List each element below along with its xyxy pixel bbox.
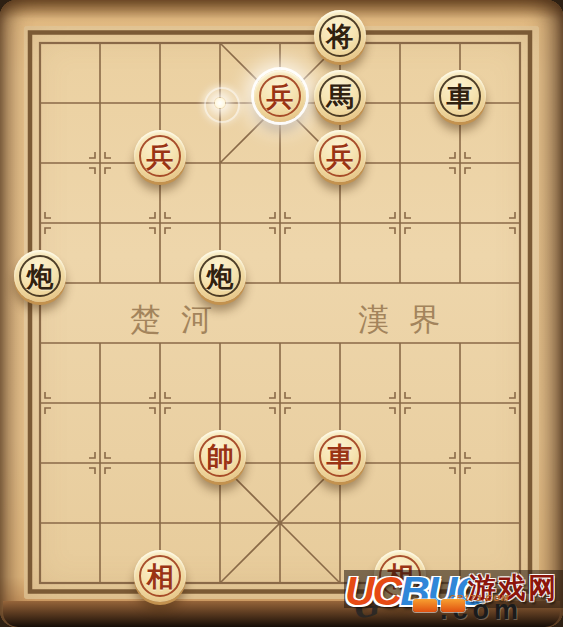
piece-char: 炮 [14,250,66,302]
piece-char: 相 [134,550,186,602]
xiangqi-game-screen: 楚河 漢界 将兵馬車兵兵炮炮帥車相相 G UCBUG 游戏网 CR173.COM… [0,0,563,627]
piece-black-cannon[interactable]: 炮 [194,250,246,302]
piece-char: 将 [314,10,366,62]
piece-char: 兵 [134,130,186,182]
piece-black-chariot[interactable]: 車 [434,70,486,122]
watermark-icon-square [413,599,437,612]
river-text-right: 漢界 [358,301,460,337]
watermark-logo-letter: C [373,568,401,614]
watermark-icon-square [441,599,465,612]
piece-black-cannon[interactable]: 炮 [14,250,66,302]
piece-char: 兵 [254,70,306,122]
piece-char: 車 [314,430,366,482]
piece-black-general[interactable]: 将 [314,10,366,62]
piece-red-general[interactable]: 帥 [194,430,246,482]
piece-char: 馬 [314,70,366,122]
piece-red-soldier[interactable]: 兵 [134,130,186,182]
piece-char: 炮 [194,250,246,302]
piece-red-soldier[interactable]: 兵 [254,70,306,122]
piece-red-elephant[interactable]: 相 [134,550,186,602]
piece-char: 帥 [194,430,246,482]
piece-black-horse[interactable]: 馬 [314,70,366,122]
piece-red-chariot[interactable]: 車 [314,430,366,482]
piece-red-soldier[interactable]: 兵 [314,130,366,182]
piece-char: 兵 [314,130,366,182]
watermark-logo-letter: U [345,568,373,614]
sparkle-effect [214,97,226,109]
piece-char: 車 [434,70,486,122]
river-text-left: 楚河 [130,301,232,337]
